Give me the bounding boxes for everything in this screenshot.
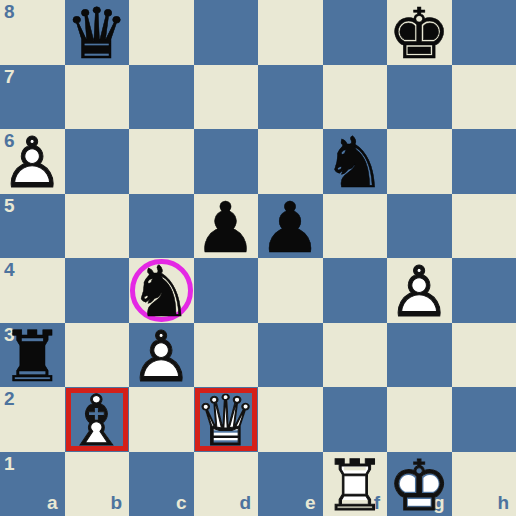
square-c7[interactable] — [129, 65, 194, 130]
square-g1[interactable]: g♚♔ — [387, 452, 452, 516]
piece-glyph-fill: ♞ — [323, 131, 388, 196]
square-f7[interactable] — [323, 65, 388, 130]
rank-label-1: 1 — [4, 454, 15, 473]
chess-board: 8♛♚76♟♙♞5♟♟4♞♟♙3♜♟♙2♝♗♛♕1abcdef♜♖g♚♔h — [0, 0, 516, 516]
file-label-d: d — [239, 493, 251, 512]
piece-glyph-fill: ♟ — [258, 196, 323, 261]
square-b2[interactable]: ♝♗ — [65, 387, 130, 452]
square-c5[interactable] — [129, 194, 194, 259]
black-king[interactable]: ♚ — [387, 0, 452, 65]
file-label-c: c — [176, 493, 187, 512]
file-label-a: a — [47, 493, 58, 512]
white-pawn[interactable]: ♟♙ — [129, 323, 194, 388]
square-b4[interactable] — [65, 258, 130, 323]
square-c4[interactable]: ♞ — [129, 258, 194, 323]
black-knight[interactable]: ♞ — [129, 258, 194, 323]
black-knight[interactable]: ♞ — [323, 129, 388, 194]
square-f2[interactable] — [323, 387, 388, 452]
square-e8[interactable] — [258, 0, 323, 65]
square-d2[interactable]: ♛♕ — [194, 387, 259, 452]
square-e7[interactable] — [258, 65, 323, 130]
square-a4[interactable]: 4 — [0, 258, 65, 323]
rank-label-7: 7 — [4, 67, 15, 86]
square-h7[interactable] — [452, 65, 516, 130]
square-c6[interactable] — [129, 129, 194, 194]
piece-glyph-fill: ♛ — [65, 2, 130, 67]
square-d6[interactable] — [194, 129, 259, 194]
square-g4[interactable]: ♟♙ — [387, 258, 452, 323]
square-d7[interactable] — [194, 65, 259, 130]
square-c8[interactable] — [129, 0, 194, 65]
square-f3[interactable] — [323, 323, 388, 388]
piece-glyph-fill: ♜ — [0, 325, 65, 390]
white-rook[interactable]: ♜♖ — [323, 452, 388, 516]
piece-glyph-outline: ♗ — [65, 389, 130, 454]
square-b3[interactable] — [65, 323, 130, 388]
square-h2[interactable] — [452, 387, 516, 452]
square-a6[interactable]: 6♟♙ — [0, 129, 65, 194]
square-a1[interactable]: 1a — [0, 452, 65, 516]
square-d3[interactable] — [194, 323, 259, 388]
square-g5[interactable] — [387, 194, 452, 259]
black-pawn[interactable]: ♟ — [258, 194, 323, 259]
square-c1[interactable]: c — [129, 452, 194, 516]
square-f6[interactable]: ♞ — [323, 129, 388, 194]
piece-glyph-fill: ♚ — [387, 2, 452, 67]
black-rook[interactable]: ♜ — [0, 323, 65, 388]
square-d8[interactable] — [194, 0, 259, 65]
piece-glyph-outline: ♖ — [323, 454, 388, 516]
black-queen[interactable]: ♛ — [65, 0, 130, 65]
piece-glyph-outline: ♕ — [194, 389, 259, 454]
square-e3[interactable] — [258, 323, 323, 388]
square-h4[interactable] — [452, 258, 516, 323]
square-b5[interactable] — [65, 194, 130, 259]
square-g6[interactable] — [387, 129, 452, 194]
square-h1[interactable]: h — [452, 452, 516, 516]
square-h6[interactable] — [452, 129, 516, 194]
square-b8[interactable]: ♛ — [65, 0, 130, 65]
square-e2[interactable] — [258, 387, 323, 452]
black-pawn[interactable]: ♟ — [194, 194, 259, 259]
file-label-h: h — [497, 493, 509, 512]
white-queen[interactable]: ♛♕ — [194, 387, 259, 452]
piece-glyph-outline: ♙ — [387, 260, 452, 325]
piece-glyph-fill: ♟ — [194, 196, 259, 261]
file-label-b: b — [110, 493, 122, 512]
square-h8[interactable] — [452, 0, 516, 65]
square-b6[interactable] — [65, 129, 130, 194]
square-h5[interactable] — [452, 194, 516, 259]
rank-label-8: 8 — [4, 2, 15, 21]
square-h3[interactable] — [452, 323, 516, 388]
piece-glyph-outline: ♙ — [129, 325, 194, 390]
square-d5[interactable]: ♟ — [194, 194, 259, 259]
piece-glyph-outline: ♔ — [387, 454, 452, 516]
square-e1[interactable]: e — [258, 452, 323, 516]
square-f8[interactable] — [323, 0, 388, 65]
square-e5[interactable]: ♟ — [258, 194, 323, 259]
square-g2[interactable] — [387, 387, 452, 452]
rank-label-4: 4 — [4, 260, 15, 279]
white-pawn[interactable]: ♟♙ — [387, 258, 452, 323]
white-pawn[interactable]: ♟♙ — [0, 129, 65, 194]
piece-glyph-outline: ♙ — [0, 131, 65, 196]
square-f4[interactable] — [323, 258, 388, 323]
white-bishop[interactable]: ♝♗ — [65, 387, 130, 452]
square-a7[interactable]: 7 — [0, 65, 65, 130]
square-e6[interactable] — [258, 129, 323, 194]
square-g8[interactable]: ♚ — [387, 0, 452, 65]
square-a8[interactable]: 8 — [0, 0, 65, 65]
file-label-e: e — [305, 493, 316, 512]
square-c3[interactable]: ♟♙ — [129, 323, 194, 388]
square-f1[interactable]: f♜♖ — [323, 452, 388, 516]
square-a3[interactable]: 3♜ — [0, 323, 65, 388]
white-king[interactable]: ♚♔ — [387, 452, 452, 516]
